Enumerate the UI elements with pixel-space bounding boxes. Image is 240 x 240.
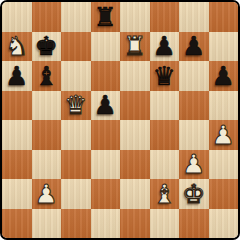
piece-black-pawn[interactable]: ♟ [153,33,176,59]
piece-white-rook[interactable]: ♜ [123,33,146,59]
square-g7[interactable]: ♟ [179,32,209,62]
square-h5[interactable] [209,91,239,121]
piece-white-pawn[interactable]: ♟ [212,122,235,148]
square-c2[interactable] [61,179,91,209]
square-b7[interactable]: ♚ [32,32,62,62]
square-e4[interactable] [120,120,150,150]
square-c1[interactable] [61,209,91,239]
square-f3[interactable] [150,150,180,180]
square-a7[interactable]: ♞ [2,32,32,62]
square-f5[interactable] [150,91,180,121]
square-a3[interactable] [2,150,32,180]
square-h6[interactable]: ♟ [209,61,239,91]
square-e3[interactable] [120,150,150,180]
square-g4[interactable] [179,120,209,150]
square-b3[interactable] [32,150,62,180]
square-c4[interactable] [61,120,91,150]
square-e7[interactable]: ♜ [120,32,150,62]
square-a4[interactable] [2,120,32,150]
square-f1[interactable] [150,209,180,239]
square-h8[interactable] [209,2,239,32]
square-a5[interactable] [2,91,32,121]
square-d8[interactable]: ♜ [91,2,121,32]
piece-white-queen[interactable]: ♛ [64,92,87,118]
square-g6[interactable] [179,61,209,91]
piece-black-pawn[interactable]: ♟ [94,92,117,118]
square-d1[interactable] [91,209,121,239]
square-g5[interactable] [179,91,209,121]
piece-white-king[interactable]: ♚ [182,181,205,207]
square-d5[interactable]: ♟ [91,91,121,121]
square-c3[interactable] [61,150,91,180]
square-d2[interactable] [91,179,121,209]
piece-black-queen[interactable]: ♛ [153,63,176,89]
chess-board: ♜♞♚♜♟♟♟♝♛♟♛♟♟♟♟♝♚ [0,0,240,240]
square-g2[interactable]: ♚ [179,179,209,209]
square-c8[interactable] [61,2,91,32]
square-h1[interactable] [209,209,239,239]
square-f4[interactable] [150,120,180,150]
square-h4[interactable]: ♟ [209,120,239,150]
piece-white-pawn[interactable]: ♟ [182,151,205,177]
square-e2[interactable] [120,179,150,209]
square-h7[interactable] [209,32,239,62]
square-e1[interactable] [120,209,150,239]
square-a2[interactable] [2,179,32,209]
square-b8[interactable] [32,2,62,32]
square-e8[interactable] [120,2,150,32]
square-a8[interactable] [2,2,32,32]
square-e6[interactable] [120,61,150,91]
square-b2[interactable]: ♟ [32,179,62,209]
square-c6[interactable] [61,61,91,91]
piece-black-king[interactable]: ♚ [35,33,58,59]
piece-white-pawn[interactable]: ♟ [35,181,58,207]
piece-black-rook[interactable]: ♜ [94,4,117,30]
square-b6[interactable]: ♝ [32,61,62,91]
piece-black-bishop[interactable]: ♝ [35,63,58,89]
square-e5[interactable] [120,91,150,121]
square-b5[interactable] [32,91,62,121]
square-b4[interactable] [32,120,62,150]
piece-black-pawn[interactable]: ♟ [182,33,205,59]
square-d4[interactable] [91,120,121,150]
piece-black-pawn[interactable]: ♟ [212,63,235,89]
square-g3[interactable]: ♟ [179,150,209,180]
square-d3[interactable] [91,150,121,180]
piece-white-knight[interactable]: ♞ [5,33,28,59]
piece-white-bishop[interactable]: ♝ [153,181,176,207]
square-h3[interactable] [209,150,239,180]
square-f7[interactable]: ♟ [150,32,180,62]
square-f6[interactable]: ♛ [150,61,180,91]
square-h2[interactable] [209,179,239,209]
square-d7[interactable] [91,32,121,62]
square-a6[interactable]: ♟ [2,61,32,91]
square-b1[interactable] [32,209,62,239]
square-c5[interactable]: ♛ [61,91,91,121]
square-c7[interactable] [61,32,91,62]
square-d6[interactable] [91,61,121,91]
piece-black-pawn[interactable]: ♟ [5,63,28,89]
square-a1[interactable] [2,209,32,239]
square-f8[interactable] [150,2,180,32]
square-g8[interactable] [179,2,209,32]
square-f2[interactable]: ♝ [150,179,180,209]
square-g1[interactable] [179,209,209,239]
